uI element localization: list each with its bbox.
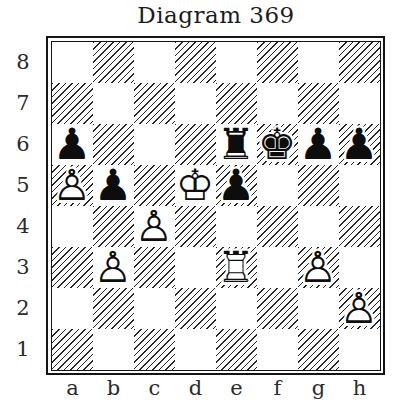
square-d8[interactable] xyxy=(175,42,216,83)
square-e8[interactable] xyxy=(216,42,257,83)
piece-halo: ♜ xyxy=(216,124,257,165)
black-pawn-piece: ♟ xyxy=(298,124,339,165)
square-b4[interactable] xyxy=(93,206,134,247)
square-e6[interactable]: ♜♜ xyxy=(216,124,257,165)
square-e4[interactable] xyxy=(216,206,257,247)
square-b7[interactable] xyxy=(93,83,134,124)
square-f5[interactable] xyxy=(257,165,298,206)
file-label-d: d xyxy=(175,377,216,399)
square-g2[interactable] xyxy=(298,288,339,329)
square-a6[interactable]: ♟♟ xyxy=(52,124,93,165)
file-labels: abcdefgh xyxy=(52,377,380,399)
black-pawn-piece: ♟ xyxy=(216,165,257,206)
square-d4[interactable] xyxy=(175,206,216,247)
square-b8[interactable] xyxy=(93,42,134,83)
square-d1[interactable] xyxy=(175,329,216,370)
square-c7[interactable] xyxy=(134,83,175,124)
square-d5[interactable]: ♚♔ xyxy=(175,165,216,206)
square-a7[interactable] xyxy=(52,83,93,124)
square-h3[interactable] xyxy=(339,247,380,288)
piece-halo: ♟ xyxy=(339,288,380,329)
square-h2[interactable]: ♟♙ xyxy=(339,288,380,329)
square-g1[interactable] xyxy=(298,329,339,370)
square-f4[interactable] xyxy=(257,206,298,247)
square-g6[interactable]: ♟♟ xyxy=(298,124,339,165)
rank-label-1: 1 xyxy=(8,329,38,370)
square-e3[interactable]: ♜♖ xyxy=(216,247,257,288)
black-pawn-piece: ♟ xyxy=(339,124,380,165)
square-f2[interactable] xyxy=(257,288,298,329)
board-frame: ♟♟♜♜♚♚♟♟♟♟♟♙♟♟♚♔♟♟♟♙♟♙♜♖♟♙♟♙ xyxy=(46,36,385,375)
square-b6[interactable] xyxy=(93,124,134,165)
black-king-piece: ♚ xyxy=(257,124,298,165)
black-rook-piece: ♜ xyxy=(216,124,257,165)
square-h1[interactable] xyxy=(339,329,380,370)
rank-label-6: 6 xyxy=(8,124,38,165)
piece-halo: ♟ xyxy=(339,124,380,165)
square-a5[interactable]: ♟♙ xyxy=(52,165,93,206)
square-f6[interactable]: ♚♚ xyxy=(257,124,298,165)
square-e7[interactable] xyxy=(216,83,257,124)
square-h4[interactable] xyxy=(339,206,380,247)
piece-halo: ♜ xyxy=(216,247,257,288)
square-b3[interactable]: ♟♙ xyxy=(93,247,134,288)
square-h6[interactable]: ♟♟ xyxy=(339,124,380,165)
square-c4[interactable]: ♟♙ xyxy=(134,206,175,247)
square-c8[interactable] xyxy=(134,42,175,83)
rank-label-2: 2 xyxy=(8,288,38,329)
square-g7[interactable] xyxy=(298,83,339,124)
square-d7[interactable] xyxy=(175,83,216,124)
square-c2[interactable] xyxy=(134,288,175,329)
piece-halo: ♟ xyxy=(93,165,134,206)
square-h8[interactable] xyxy=(339,42,380,83)
file-label-f: f xyxy=(257,377,298,399)
chess-diagram-page: Diagram 369 87654321 ♟♟♜♜♚♚♟♟♟♟♟♙♟♟♚♔♟♟♟… xyxy=(0,0,400,400)
square-c5[interactable] xyxy=(134,165,175,206)
piece-halo: ♟ xyxy=(216,165,257,206)
square-a2[interactable] xyxy=(52,288,93,329)
square-c3[interactable] xyxy=(134,247,175,288)
white-pawn-piece: ♙ xyxy=(93,247,134,288)
rank-label-7: 7 xyxy=(8,83,38,124)
square-g5[interactable] xyxy=(298,165,339,206)
diagram-title: Diagram 369 xyxy=(46,2,386,28)
square-b1[interactable] xyxy=(93,329,134,370)
file-label-g: g xyxy=(298,377,339,399)
square-f1[interactable] xyxy=(257,329,298,370)
piece-halo: ♚ xyxy=(257,124,298,165)
piece-halo: ♟ xyxy=(52,124,93,165)
piece-halo: ♟ xyxy=(134,206,175,247)
piece-halo: ♚ xyxy=(175,165,216,206)
white-pawn-piece: ♙ xyxy=(298,247,339,288)
square-g8[interactable] xyxy=(298,42,339,83)
rank-label-5: 5 xyxy=(8,165,38,206)
square-a3[interactable] xyxy=(52,247,93,288)
white-pawn-piece: ♙ xyxy=(339,288,380,329)
square-h7[interactable] xyxy=(339,83,380,124)
square-g4[interactable] xyxy=(298,206,339,247)
file-label-a: a xyxy=(52,377,93,399)
square-d2[interactable] xyxy=(175,288,216,329)
square-c1[interactable] xyxy=(134,329,175,370)
square-a8[interactable] xyxy=(52,42,93,83)
square-e5[interactable]: ♟♟ xyxy=(216,165,257,206)
file-label-b: b xyxy=(93,377,134,399)
square-e2[interactable] xyxy=(216,288,257,329)
square-h5[interactable] xyxy=(339,165,380,206)
white-rook-piece: ♖ xyxy=(216,247,257,288)
square-f8[interactable] xyxy=(257,42,298,83)
white-pawn-piece: ♙ xyxy=(134,206,175,247)
piece-halo: ♟ xyxy=(298,124,339,165)
square-d3[interactable] xyxy=(175,247,216,288)
file-label-c: c xyxy=(134,377,175,399)
square-e1[interactable] xyxy=(216,329,257,370)
white-king-piece: ♔ xyxy=(175,165,216,206)
square-f3[interactable] xyxy=(257,247,298,288)
rank-label-3: 3 xyxy=(8,247,38,288)
rank-labels: 87654321 xyxy=(8,42,38,370)
rank-label-4: 4 xyxy=(8,206,38,247)
square-g3[interactable]: ♟♙ xyxy=(298,247,339,288)
black-pawn-piece: ♟ xyxy=(93,165,134,206)
board-grid: ♟♟♜♜♚♚♟♟♟♟♟♙♟♟♚♔♟♟♟♙♟♙♜♖♟♙♟♙ xyxy=(51,41,381,371)
file-label-h: h xyxy=(339,377,380,399)
piece-halo: ♟ xyxy=(93,247,134,288)
square-d6[interactable] xyxy=(175,124,216,165)
white-pawn-piece: ♙ xyxy=(52,165,93,206)
square-c6[interactable] xyxy=(134,124,175,165)
piece-halo: ♟ xyxy=(298,247,339,288)
file-label-e: e xyxy=(216,377,257,399)
square-a4[interactable] xyxy=(52,206,93,247)
square-b5[interactable]: ♟♟ xyxy=(93,165,134,206)
piece-halo: ♟ xyxy=(52,165,93,206)
black-pawn-piece: ♟ xyxy=(52,124,93,165)
rank-label-8: 8 xyxy=(8,42,38,83)
square-f7[interactable] xyxy=(257,83,298,124)
square-b2[interactable] xyxy=(93,288,134,329)
square-a1[interactable] xyxy=(52,329,93,370)
